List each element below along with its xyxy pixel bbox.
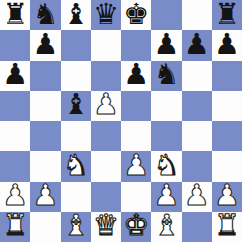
square-d7[interactable] — [91, 30, 121, 60]
square-e7[interactable] — [121, 30, 151, 60]
square-b3[interactable] — [30, 151, 60, 181]
piece-white-pawn[interactable]: ♟ — [123, 151, 149, 180]
square-e3[interactable]: ♟ — [121, 151, 151, 181]
square-d6[interactable] — [91, 61, 121, 91]
piece-black-pawn[interactable]: ♟ — [123, 61, 149, 90]
square-f8[interactable] — [151, 0, 181, 30]
square-g6[interactable] — [182, 61, 212, 91]
square-d3[interactable] — [91, 151, 121, 181]
square-e4[interactable] — [121, 121, 151, 151]
square-c7[interactable] — [61, 30, 91, 60]
piece-black-pawn[interactable]: ♟ — [184, 30, 210, 59]
square-f4[interactable] — [151, 121, 181, 151]
square-d2[interactable] — [91, 182, 121, 212]
piece-white-pawn[interactable]: ♟ — [214, 182, 240, 211]
square-c1[interactable]: ♝ — [61, 212, 91, 242]
square-h1[interactable]: ♜ — [212, 212, 242, 242]
piece-black-queen[interactable]: ♛ — [93, 0, 119, 29]
piece-white-knight[interactable]: ♞ — [153, 151, 179, 180]
piece-black-knight[interactable]: ♞ — [32, 0, 58, 29]
piece-white-rook[interactable]: ♜ — [214, 212, 240, 241]
square-g8[interactable] — [182, 0, 212, 30]
square-a8[interactable]: ♜ — [0, 0, 30, 30]
square-f2[interactable]: ♟ — [151, 182, 181, 212]
piece-white-pawn[interactable]: ♟ — [2, 182, 28, 211]
piece-black-pawn[interactable]: ♟ — [32, 30, 58, 59]
square-g1[interactable] — [182, 212, 212, 242]
square-f6[interactable]: ♞ — [151, 61, 181, 91]
square-b4[interactable] — [30, 121, 60, 151]
piece-black-pawn[interactable]: ♟ — [214, 30, 240, 59]
piece-white-bishop[interactable]: ♝ — [63, 212, 89, 241]
square-h6[interactable] — [212, 61, 242, 91]
square-g7[interactable]: ♟ — [182, 30, 212, 60]
square-g2[interactable]: ♟ — [182, 182, 212, 212]
piece-black-knight[interactable]: ♞ — [153, 61, 179, 90]
square-e6[interactable]: ♟ — [121, 61, 151, 91]
piece-white-rook[interactable]: ♜ — [2, 212, 28, 241]
square-e2[interactable] — [121, 182, 151, 212]
square-h7[interactable]: ♟ — [212, 30, 242, 60]
square-b1[interactable] — [30, 212, 60, 242]
square-a5[interactable] — [0, 91, 30, 121]
square-c6[interactable] — [61, 61, 91, 91]
piece-black-bishop[interactable]: ♝ — [63, 0, 89, 29]
piece-white-pawn[interactable]: ♟ — [184, 182, 210, 211]
square-f3[interactable]: ♞ — [151, 151, 181, 181]
piece-white-bishop[interactable]: ♝ — [153, 212, 179, 241]
piece-white-pawn[interactable]: ♟ — [32, 182, 58, 211]
square-b8[interactable]: ♞ — [30, 0, 60, 30]
square-b6[interactable] — [30, 61, 60, 91]
piece-white-knight[interactable]: ♞ — [63, 151, 89, 180]
square-h4[interactable] — [212, 121, 242, 151]
square-b7[interactable]: ♟ — [30, 30, 60, 60]
square-b2[interactable]: ♟ — [30, 182, 60, 212]
square-a4[interactable] — [0, 121, 30, 151]
piece-white-pawn[interactable]: ♟ — [93, 91, 119, 120]
square-c3[interactable]: ♞ — [61, 151, 91, 181]
square-f1[interactable]: ♝ — [151, 212, 181, 242]
square-a7[interactable] — [0, 30, 30, 60]
piece-white-pawn[interactable]: ♟ — [153, 182, 179, 211]
square-d4[interactable] — [91, 121, 121, 151]
square-a3[interactable] — [0, 151, 30, 181]
square-h2[interactable]: ♟ — [212, 182, 242, 212]
square-a6[interactable]: ♟ — [0, 61, 30, 91]
piece-white-queen[interactable]: ♛ — [93, 212, 119, 241]
square-b5[interactable] — [30, 91, 60, 121]
square-g4[interactable] — [182, 121, 212, 151]
square-h5[interactable] — [212, 91, 242, 121]
square-h3[interactable] — [212, 151, 242, 181]
piece-black-pawn[interactable]: ♟ — [153, 30, 179, 59]
square-c8[interactable]: ♝ — [61, 0, 91, 30]
piece-black-pawn[interactable]: ♟ — [2, 61, 28, 90]
square-d5[interactable]: ♟ — [91, 91, 121, 121]
square-e1[interactable]: ♚ — [121, 212, 151, 242]
piece-black-bishop[interactable]: ♝ — [63, 91, 89, 120]
square-a1[interactable]: ♜ — [0, 212, 30, 242]
square-c5[interactable]: ♝ — [61, 91, 91, 121]
square-d8[interactable]: ♛ — [91, 0, 121, 30]
square-d1[interactable]: ♛ — [91, 212, 121, 242]
square-f7[interactable]: ♟ — [151, 30, 181, 60]
square-e5[interactable] — [121, 91, 151, 121]
square-c4[interactable] — [61, 121, 91, 151]
piece-black-king[interactable]: ♚ — [123, 0, 149, 29]
square-c2[interactable] — [61, 182, 91, 212]
square-e8[interactable]: ♚ — [121, 0, 151, 30]
square-f5[interactable] — [151, 91, 181, 121]
square-h8[interactable]: ♜ — [212, 0, 242, 30]
square-g5[interactable] — [182, 91, 212, 121]
chess-board: ♜♞♝♛♚♜♟♟♟♟♟♟♞♝♟♞♟♞♟♟♟♟♟♜♝♛♚♝♜ — [0, 0, 242, 242]
piece-black-rook[interactable]: ♜ — [214, 0, 240, 29]
square-g3[interactable] — [182, 151, 212, 181]
square-a2[interactable]: ♟ — [0, 182, 30, 212]
piece-black-rook[interactable]: ♜ — [2, 0, 28, 29]
piece-white-king[interactable]: ♚ — [123, 212, 149, 241]
